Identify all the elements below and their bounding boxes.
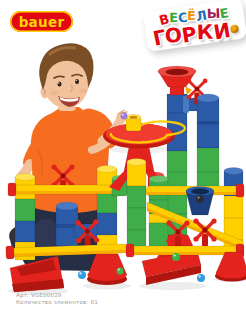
- marble: [172, 253, 180, 261]
- marble-in-hand: [121, 113, 128, 120]
- bauer-logo-text: bauer: [19, 13, 65, 29]
- blue-cup: [186, 187, 214, 216]
- ramp-base: [10, 256, 64, 292]
- bauer-logo: bauer: [10, 11, 73, 32]
- elements-count: Количество элементов: 81: [16, 299, 98, 306]
- marble: [197, 274, 205, 282]
- tower: [127, 159, 146, 248]
- logo-letter: К: [196, 20, 213, 45]
- logo-ball-icon: [230, 24, 239, 33]
- product-card: bauer ВЕСЁЛЫЕ ГОРКИ Арт. VGE00029 Количе…: [0, 0, 246, 328]
- tall-blue-tower: [197, 94, 219, 194]
- marble: [117, 268, 124, 275]
- product-photo: [0, 0, 246, 328]
- article-number: Арт. VGE00029: [16, 292, 98, 299]
- marble: [78, 271, 86, 279]
- footer-info: Арт. VGE00029 Количество элементов: 81: [16, 292, 98, 306]
- round-base: [215, 252, 246, 282]
- logo-letter: И: [211, 18, 232, 45]
